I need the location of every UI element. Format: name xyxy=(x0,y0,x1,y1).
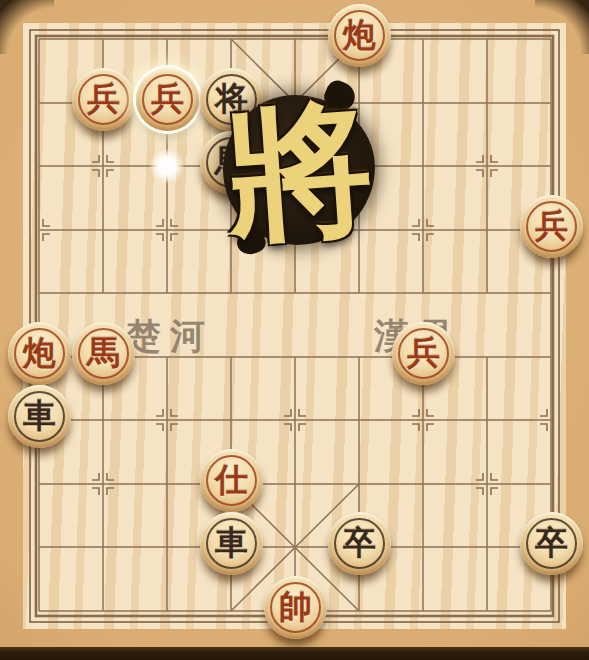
piece-glyph: 仕 xyxy=(215,463,248,496)
piece-glyph: 卒 xyxy=(535,526,568,559)
piece-black-chariot[interactable]: 車 xyxy=(8,385,71,448)
piece-glyph: 馬 xyxy=(87,336,120,369)
piece-red-horse[interactable]: 馬 xyxy=(72,322,135,385)
piece-glyph: 兵 xyxy=(535,209,568,242)
piece-red-cannon[interactable]: 炮 xyxy=(328,4,391,67)
piece-red-soldier[interactable]: 兵 xyxy=(520,195,583,258)
sparkle-ray-horizontal xyxy=(149,165,185,167)
piece-glyph: 炮 xyxy=(23,336,56,369)
piece-glyph: 車 xyxy=(23,399,56,432)
screen-bottom-edge xyxy=(0,647,589,660)
piece-glyph: 車 xyxy=(215,526,248,559)
piece-glyph: 兵 xyxy=(151,82,184,115)
piece-glyph: 兵 xyxy=(87,82,120,115)
piece-glyph: 卒 xyxy=(343,526,376,559)
piece-glyph: 炮 xyxy=(343,18,376,51)
xiangqi-game-screen: 楚河 漢界 炮兵兵将馬兵炮馬兵車仕車卒卒帥 將 xyxy=(0,0,589,660)
piece-glyph: 帥 xyxy=(279,590,312,623)
piece-black-soldier[interactable]: 卒 xyxy=(328,512,391,575)
check-text: 將 xyxy=(213,81,384,262)
piece-black-chariot[interactable]: 車 xyxy=(200,512,263,575)
sparkle-effect xyxy=(149,148,185,184)
piece-red-soldier[interactable]: 兵 xyxy=(136,68,199,131)
piece-glyph: 兵 xyxy=(407,336,440,369)
screen-corner-vignette-left xyxy=(0,0,54,54)
piece-red-soldier[interactable]: 兵 xyxy=(72,68,135,131)
piece-black-soldier[interactable]: 卒 xyxy=(520,512,583,575)
river-label-left: 楚河 xyxy=(126,317,214,355)
piece-red-soldier[interactable]: 兵 xyxy=(392,322,455,385)
screen-corner-vignette-right xyxy=(535,0,589,54)
piece-red-advisor[interactable]: 仕 xyxy=(200,449,263,512)
piece-red-cannon[interactable]: 炮 xyxy=(8,322,71,385)
piece-red-general[interactable]: 帥 xyxy=(264,576,327,639)
